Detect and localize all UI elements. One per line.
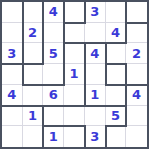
cell-r6c1[interactable] [2,106,23,127]
cell-r2c4[interactable] [64,23,85,44]
cell-r3c7: 2 [126,43,147,64]
cell-r3c2[interactable] [23,43,44,64]
cell-r4c3[interactable] [43,64,64,85]
cell-r5c2[interactable] [23,85,44,106]
cell-r7c1[interactable] [2,126,23,147]
cell-r4c5[interactable] [85,64,106,85]
cell-r5c4[interactable] [64,85,85,106]
cell-r4c7[interactable] [126,64,147,85]
cell-r6c4[interactable] [64,106,85,127]
cell-r3c4[interactable] [64,43,85,64]
cell-r1c2[interactable] [23,2,44,23]
cell-r2c6: 4 [106,23,127,44]
cell-r5c7: 4 [126,85,147,106]
cell-r1c4[interactable] [64,2,85,23]
cell-r3c3: 5 [43,43,64,64]
cell-r3c5: 4 [85,43,106,64]
cell-r1c7[interactable] [126,2,147,23]
cell-r1c6[interactable] [106,2,127,23]
cell-r6c6: 5 [106,106,127,127]
cell-r5c5: 1 [85,85,106,106]
cell-r4c6[interactable] [106,64,127,85]
cell-r2c3[interactable] [43,23,64,44]
cell-r6c2: 1 [23,106,44,127]
cell-r5c1: 4 [2,85,23,106]
cell-r4c1[interactable] [2,64,23,85]
cell-r3c1: 3 [2,43,23,64]
cell-r1c1[interactable] [2,2,23,23]
cell-r7c6[interactable] [106,126,127,147]
cell-r2c7[interactable] [126,23,147,44]
cell-r7c3: 1 [43,126,64,147]
cell-r4c4: 1 [64,64,85,85]
cell-r2c5[interactable] [85,23,106,44]
cell-r4c2[interactable] [23,64,44,85]
cell-r5c6[interactable] [106,85,127,106]
cell-r2c2: 2 [23,23,44,44]
puzzle-board: 43243542146141513 [0,0,149,149]
cell-r5c3: 6 [43,85,64,106]
cell-r1c5: 3 [85,2,106,23]
cell-r1c3: 4 [43,2,64,23]
cell-r7c7[interactable] [126,126,147,147]
cell-r6c7[interactable] [126,106,147,127]
cell-r6c5[interactable] [85,106,106,127]
cell-r7c2[interactable] [23,126,44,147]
cell-r7c4[interactable] [64,126,85,147]
cell-r3c6[interactable] [106,43,127,64]
cell-grid: 43243542146141513 [2,2,147,147]
cell-r2c1[interactable] [2,23,23,44]
cell-r6c3[interactable] [43,106,64,127]
cell-r7c5: 3 [85,126,106,147]
